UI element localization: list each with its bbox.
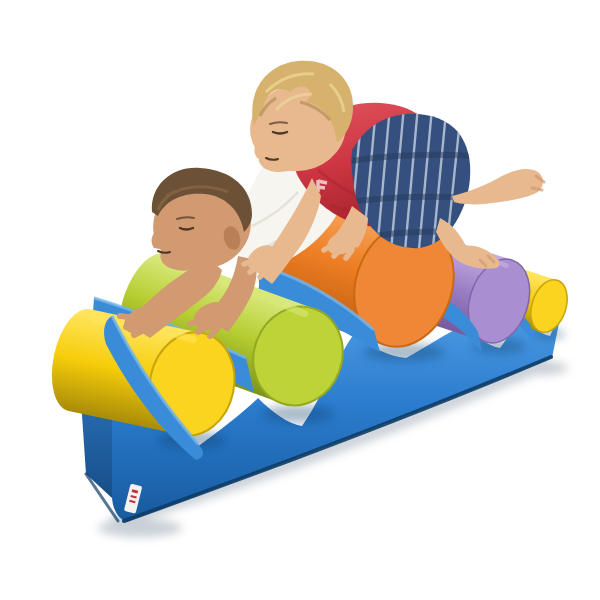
product-photo bbox=[0, 0, 600, 600]
soft-play-scene bbox=[0, 0, 600, 600]
